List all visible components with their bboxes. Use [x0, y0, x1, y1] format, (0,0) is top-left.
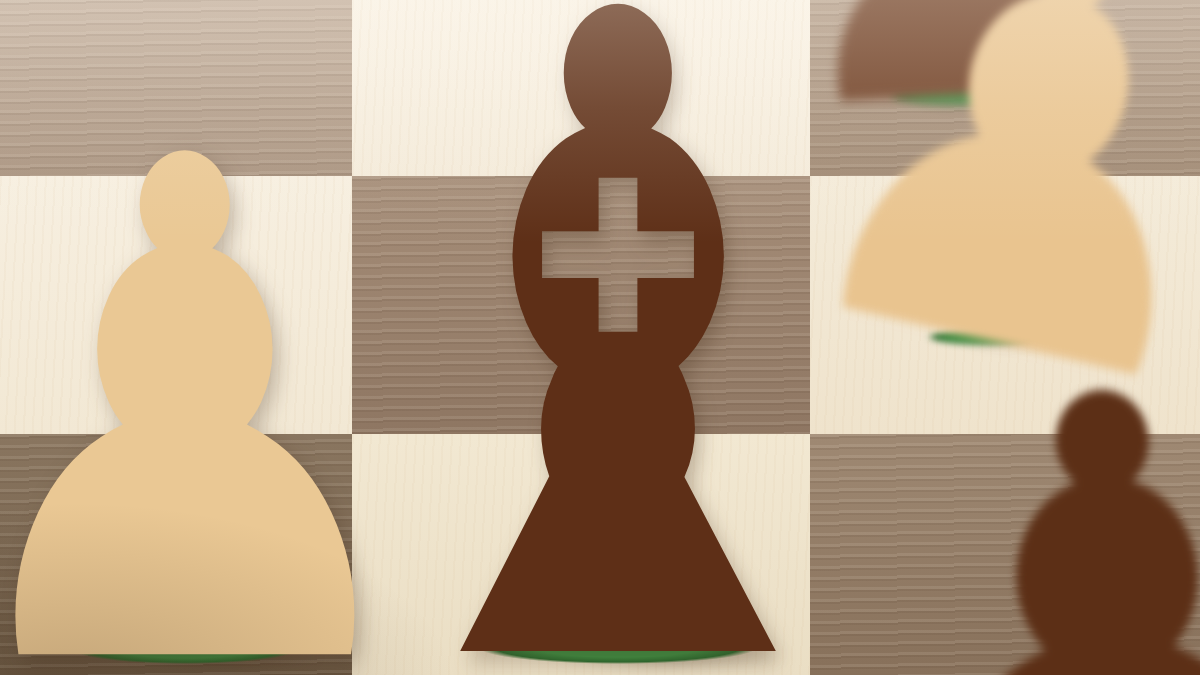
chessboard-photo: ♟ ♝ ♟ ♟ ♟ [0, 0, 1200, 675]
piece-black-bishop-c4[interactable]: ♝ [316, 0, 920, 675]
